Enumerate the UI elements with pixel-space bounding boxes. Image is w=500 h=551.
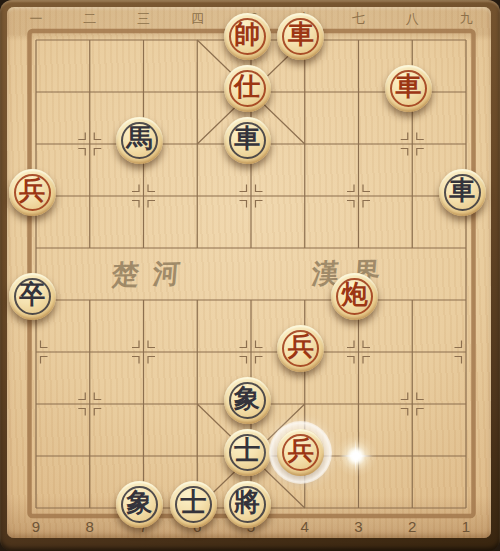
- piece-glyph: 車: [288, 22, 314, 48]
- piece-ring: [14, 278, 51, 315]
- piece-ring: [121, 486, 158, 523]
- file-label-top: 二: [78, 10, 102, 28]
- black-chariot[interactable]: 車: [224, 117, 271, 164]
- piece-ring: [229, 486, 266, 523]
- piece-glyph: 馬: [127, 126, 153, 152]
- file-label-bottom: 4: [293, 518, 317, 535]
- black-elephant[interactable]: 象: [116, 481, 163, 528]
- piece-glyph: 帥: [234, 22, 260, 48]
- piece-ring: [229, 70, 266, 107]
- black-soldier[interactable]: 卒: [9, 273, 56, 320]
- piece-ring: [282, 434, 319, 471]
- piece-glyph: 卒: [19, 282, 45, 308]
- black-elephant[interactable]: 象: [224, 377, 271, 424]
- file-label-bottom: 9: [24, 518, 48, 535]
- red-advisor[interactable]: 仕: [224, 65, 271, 112]
- file-label-top: 四: [185, 10, 209, 28]
- file-label-bottom: 2: [400, 518, 424, 535]
- piece-glyph: 炮: [342, 282, 368, 308]
- piece-glyph: 士: [234, 438, 260, 464]
- black-general[interactable]: 將: [224, 481, 271, 528]
- file-label-top: 七: [347, 10, 371, 28]
- red-general[interactable]: 帥: [224, 13, 271, 60]
- piece-ring: [14, 174, 51, 211]
- file-label-bottom: 3: [347, 518, 371, 535]
- file-label-top: 一: [24, 10, 48, 28]
- piece-ring: [336, 278, 373, 315]
- red-cannon[interactable]: 炮: [331, 273, 378, 320]
- piece-glyph: 車: [234, 126, 260, 152]
- piece-glyph: 象: [127, 490, 153, 516]
- piece-glyph: 兵: [19, 178, 45, 204]
- red-soldier[interactable]: 兵: [277, 429, 324, 476]
- piece-glyph: 仕: [234, 74, 260, 100]
- xiangqi-app: 一二三四五六七八九 987654321 楚河 漢界 帥車仕車馬車兵車卒炮兵象士兵…: [0, 0, 500, 551]
- piece-glyph: 兵: [288, 334, 314, 360]
- piece-glyph: 士: [180, 490, 206, 516]
- piece-glyph: 兵: [288, 438, 314, 464]
- file-label-top: 三: [132, 10, 156, 28]
- black-chariot[interactable]: 車: [439, 169, 486, 216]
- piece-ring: [229, 122, 266, 159]
- black-advisor[interactable]: 士: [224, 429, 271, 476]
- piece-ring: [229, 434, 266, 471]
- piece-ring: [390, 70, 427, 107]
- piece-ring: [229, 18, 266, 55]
- red-chariot[interactable]: 車: [385, 65, 432, 112]
- piece-ring: [229, 382, 266, 419]
- piece-ring: [444, 174, 481, 211]
- piece-glyph: 將: [234, 490, 260, 516]
- piece-ring: [175, 486, 212, 523]
- black-horse[interactable]: 馬: [116, 117, 163, 164]
- piece-glyph: 車: [395, 74, 421, 100]
- river-text-left: 楚河: [110, 255, 195, 293]
- black-advisor[interactable]: 士: [170, 481, 217, 528]
- red-soldier[interactable]: 兵: [9, 169, 56, 216]
- piece-ring: [282, 18, 319, 55]
- file-label-bottom: 1: [454, 518, 478, 535]
- piece-ring: [282, 330, 319, 367]
- file-label-top: 八: [400, 10, 424, 28]
- red-chariot[interactable]: 車: [277, 13, 324, 60]
- red-soldier[interactable]: 兵: [277, 325, 324, 372]
- file-label-top: 九: [454, 10, 478, 28]
- piece-glyph: 象: [234, 386, 260, 412]
- piece-glyph: 車: [449, 178, 475, 204]
- file-label-bottom: 8: [78, 518, 102, 535]
- last-move-origin-indicator[interactable]: [334, 434, 378, 478]
- piece-ring: [121, 122, 158, 159]
